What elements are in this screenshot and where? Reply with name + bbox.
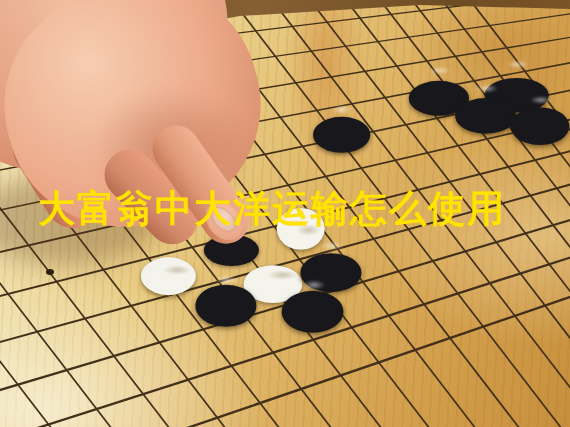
stone-glyph: ●: [309, 107, 363, 154]
stone-highlight: [321, 241, 343, 250]
stone-highlight: [476, 84, 498, 92]
stone-highlight: [332, 105, 353, 113]
stone-glyph: ●: [451, 89, 509, 136]
go-photo-scene: ●●●●●●●●●●●● 大富翁中大洋运输怎么使用: [0, 0, 570, 427]
black-stone: ●: [289, 274, 348, 314]
stone-glyph: ●: [506, 97, 562, 147]
black-stone: ●: [202, 269, 260, 309]
black-stone: ●: [319, 100, 373, 134]
caption-text: 大富翁中大洋运输怎么使用: [38, 184, 506, 234]
star-point: [46, 269, 54, 275]
stone-highlight: [303, 280, 325, 290]
stone-highlight: [216, 275, 238, 285]
black-stone: ●: [307, 236, 365, 273]
black-stone: ●: [517, 90, 570, 126]
